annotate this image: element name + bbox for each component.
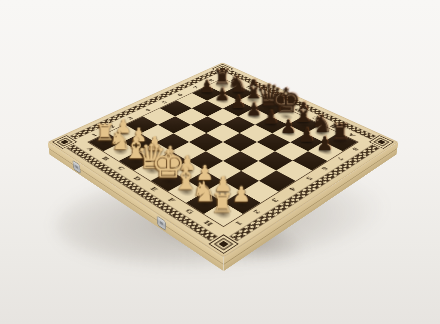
white-rook-glyph: ♜	[211, 191, 235, 217]
square-c4[interactable]	[173, 125, 206, 142]
scene: ABCDEFGH ABCDEFGH 87654321 87654321 ♜♞♝♛…	[0, 0, 440, 324]
black-pawn-glyph: ♟	[298, 125, 315, 144]
black-pawn-glyph: ♟	[230, 93, 246, 111]
black-pawn-glyph: ♟	[246, 100, 262, 118]
clasp-latch-icon	[73, 161, 80, 173]
black-pawn-glyph: ♟	[316, 134, 333, 153]
square-g6[interactable]	[274, 142, 308, 161]
white-pawn-glyph: ♟	[232, 184, 251, 205]
black-pawn-glyph: ♟	[214, 85, 230, 102]
black-pawn-glyph: ♟	[263, 108, 279, 126]
clasp-latch-icon	[158, 217, 166, 230]
black-pawn-glyph: ♟	[280, 117, 297, 136]
board-face: ABCDEFGH ABCDEFGH 87654321 87654321 ♜♞♝♛…	[48, 62, 399, 257]
photo-background: ABCDEFGH ABCDEFGH 87654321 87654321 ♜♞♝♛…	[0, 0, 440, 324]
chess-box: ABCDEFGH ABCDEFGH 87654321 87654321 ♜♞♝♛…	[48, 62, 399, 257]
